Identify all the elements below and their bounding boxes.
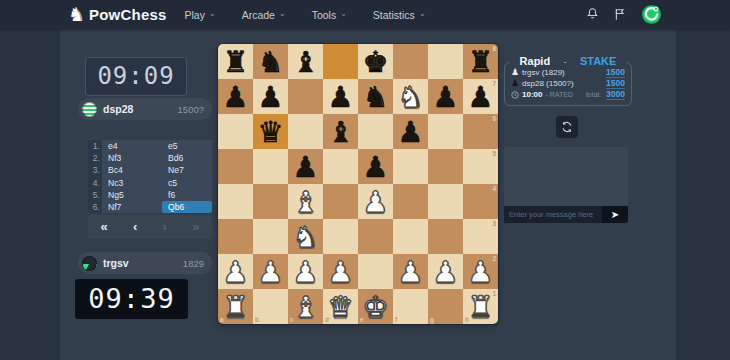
square-c3[interactable]: ♞ <box>288 219 323 254</box>
game-mode-header: Rapid - STAKE <box>504 51 632 69</box>
black-knight-piece: ♞ <box>358 79 393 114</box>
menu-item-tools[interactable]: Tools⌄ <box>312 9 347 21</box>
square-c2[interactable]: ♟ <box>288 254 323 289</box>
move-row: 5.Ng5f6 <box>88 189 212 201</box>
move-row: 4.Nc3c5 <box>88 177 212 189</box>
total-value: 3000 <box>606 89 625 100</box>
send-message-button[interactable]: ➤ <box>602 206 628 223</box>
square-h4[interactable]: 4 <box>463 184 498 219</box>
square-e8[interactable]: ♚ <box>358 44 393 79</box>
square-e2[interactable] <box>358 254 393 289</box>
square-h3[interactable]: 3 <box>463 219 498 254</box>
square-f7[interactable]: ♞ <box>393 79 428 114</box>
black-move[interactable]: Ne7 <box>162 164 212 176</box>
white-pawn-piece: ♟ <box>323 254 358 289</box>
first-move-button[interactable]: « <box>101 215 108 239</box>
white-pawn-piece: ♟ <box>358 184 393 219</box>
move-row: 3.Bc4Ne7 <box>88 164 212 176</box>
coordinate-file-label: d <box>325 316 329 323</box>
black-pawn-piece: ♟ <box>253 79 288 114</box>
square-h5[interactable]: 5 <box>463 149 498 184</box>
square-h7[interactable]: ♟7 <box>463 79 498 114</box>
opponent-avatar <box>82 102 97 117</box>
square-g5[interactable] <box>428 149 463 184</box>
mode-label: Rapid <box>515 55 556 67</box>
square-h6[interactable]: 6 <box>463 114 498 149</box>
square-h2[interactable]: ♟2 <box>463 254 498 289</box>
white-bishop-piece: ♝ <box>288 184 323 219</box>
coordinate-rank-label: 6 <box>492 115 496 122</box>
chevron-down-icon: ⌄ <box>340 9 347 18</box>
square-a3[interactable] <box>218 219 253 254</box>
coordinate-rank-label: 4 <box>492 185 496 192</box>
move-row: 6.Nf7Qb6 <box>88 201 212 213</box>
coordinate-rank-label: 2 <box>492 255 496 262</box>
black-move[interactable]: e5 <box>162 140 212 152</box>
bell-icon[interactable] <box>585 7 600 22</box>
flip-board-icon <box>560 120 574 134</box>
black-pawn-piece: ♟ <box>393 114 428 149</box>
square-a4[interactable] <box>218 184 253 219</box>
square-b5[interactable] <box>253 149 288 184</box>
opponent-player-row[interactable]: dsp28 1500? <box>78 98 212 120</box>
menu-item-statistics[interactable]: Statistics⌄ <box>373 9 426 21</box>
coordinate-rank-label: 5 <box>492 150 496 157</box>
white-move[interactable]: Bc4 <box>102 164 162 176</box>
black-pawn-piece: ♟ <box>288 149 323 184</box>
last-move-button[interactable]: » <box>192 215 199 239</box>
square-d6[interactable]: ♝ <box>323 114 358 149</box>
white-pawn-icon: ♟ <box>511 68 519 77</box>
knight-logo-icon: ♞ <box>68 5 85 24</box>
black-move[interactable]: f6 <box>162 189 212 201</box>
black-king-piece: ♚ <box>358 44 393 79</box>
square-e5[interactable]: ♟ <box>358 149 393 184</box>
coordinate-file-label: a <box>220 316 224 323</box>
brand[interactable]: ♞ PowChess <box>68 5 167 24</box>
user-avatar[interactable] <box>641 4 662 25</box>
menu-item-play[interactable]: Play⌄ <box>185 9 216 21</box>
white-pawn-piece: ♟ <box>393 254 428 289</box>
square-b8[interactable]: ♞ <box>253 44 288 79</box>
white-knight-piece: ♞ <box>393 79 428 114</box>
menu-label: Statistics <box>373 9 415 21</box>
square-g3[interactable] <box>428 219 463 254</box>
stake-label: STAKE <box>575 55 621 67</box>
previous-move-button[interactable]: ‹ <box>133 215 137 239</box>
square-g1[interactable]: g <box>428 289 463 324</box>
move-row: 1.e4e5 <box>88 140 212 152</box>
black-move-current[interactable]: Qb6 <box>162 201 212 213</box>
square-a7[interactable]: ♟ <box>218 79 253 114</box>
black-bishop-piece: ♝ <box>288 44 323 79</box>
rated-label: - RATED <box>545 91 572 98</box>
square-a6[interactable] <box>218 114 253 149</box>
chevron-down-icon: ⌄ <box>209 9 216 18</box>
opponent-clock: 09:09 <box>85 57 187 96</box>
square-c8[interactable]: ♝ <box>288 44 323 79</box>
chess-board: ♜♞♝♚♜8♟♟♟♞♞♟♟7♛♝♟6♟♟5♝♟4♞3♟♟♟♟♟♟♟2♜ab♝c♛… <box>218 44 498 324</box>
nav-menu: Play⌄Arcade⌄Tools⌄Statistics⌄ <box>185 9 426 21</box>
black-move[interactable]: c5 <box>162 177 212 189</box>
black-pawn-piece: ♟ <box>428 79 463 114</box>
mode-dash: - <box>558 55 572 67</box>
white-pawn-piece: ♟ <box>253 254 288 289</box>
square-d7[interactable]: ♟ <box>323 79 358 114</box>
square-f5[interactable] <box>393 149 428 184</box>
move-row: 2.Nf3Bd6 <box>88 152 212 164</box>
nav-right-icons <box>585 4 662 25</box>
black-move[interactable]: Bd6 <box>162 152 212 164</box>
square-d5[interactable] <box>323 149 358 184</box>
black-pawn-piece: ♟ <box>358 149 393 184</box>
flip-board-button[interactable] <box>556 116 578 138</box>
clock-icon <box>511 91 519 99</box>
white-move[interactable]: Nf3 <box>102 152 162 164</box>
square-c5[interactable]: ♟ <box>288 149 323 184</box>
move-number: 6. <box>88 201 102 213</box>
black-player-stake-row: ♟ dsp28 (1500?) 1500 <box>511 78 625 89</box>
player-clock: 09:39 <box>75 279 188 319</box>
square-b7[interactable]: ♟ <box>253 79 288 114</box>
next-move-button[interactable]: › <box>163 215 167 239</box>
black-stake-value: 1500 <box>606 78 625 89</box>
square-h1[interactable]: ♜h1 <box>463 289 498 324</box>
send-icon: ➤ <box>611 209 619 220</box>
flag-icon[interactable] <box>613 7 628 22</box>
chevron-down-icon: ⌄ <box>419 9 426 18</box>
square-e3[interactable] <box>358 219 393 254</box>
square-g8[interactable] <box>428 44 463 79</box>
coordinate-file-label: h <box>465 316 469 323</box>
black-rook-piece: ♜ <box>218 44 253 79</box>
chat-panel[interactable] <box>504 147 628 206</box>
coordinate-rank-label: 8 <box>492 45 496 52</box>
black-bishop-piece: ♝ <box>323 114 358 149</box>
white-move[interactable]: Nf7 <box>102 201 162 213</box>
square-f2[interactable]: ♟ <box>393 254 428 289</box>
white-knight-piece: ♞ <box>288 219 323 254</box>
white-pawn-piece: ♟ <box>218 254 253 289</box>
square-c7[interactable] <box>288 79 323 114</box>
square-d3[interactable] <box>323 219 358 254</box>
square-a8[interactable]: ♜ <box>218 44 253 79</box>
square-f8[interactable] <box>393 44 428 79</box>
move-number: 1. <box>88 140 102 152</box>
square-g6[interactable] <box>428 114 463 149</box>
square-d2[interactable]: ♟ <box>323 254 358 289</box>
square-b1[interactable]: b <box>253 289 288 324</box>
menu-label: Tools <box>312 9 337 21</box>
coordinate-file-label: b <box>255 316 259 323</box>
square-d4[interactable] <box>323 184 358 219</box>
square-b3[interactable] <box>253 219 288 254</box>
square-f4[interactable] <box>393 184 428 219</box>
square-e7[interactable]: ♞ <box>358 79 393 114</box>
coordinate-file-label: c <box>290 316 294 323</box>
square-g7[interactable]: ♟ <box>428 79 463 114</box>
square-e6[interactable] <box>358 114 393 149</box>
total-label: total: <box>586 91 601 98</box>
square-b4[interactable] <box>253 184 288 219</box>
square-a2[interactable]: ♟ <box>218 254 253 289</box>
black-pawn-icon: ♟ <box>511 79 519 88</box>
menu-label: Arcade <box>242 9 275 21</box>
move-navigation: « ‹ › » <box>88 215 212 239</box>
square-f1[interactable]: f <box>393 289 428 324</box>
chevron-down-icon: ⌄ <box>279 9 286 18</box>
square-g2[interactable]: ♟ <box>428 254 463 289</box>
square-a5[interactable] <box>218 149 253 184</box>
menu-item-arcade[interactable]: Arcade⌄ <box>242 9 286 21</box>
player-row[interactable]: trgsv 1829 <box>78 252 212 274</box>
brand-name: PowChess <box>89 6 166 23</box>
coordinate-file-label: g <box>430 316 434 323</box>
coordinate-rank-label: 3 <box>492 220 496 227</box>
coordinate-file-label: f <box>395 316 397 323</box>
move-list: 1.e4e52.Nf3Bd63.Bc4Ne74.Nc3c55.Ng5f66.Nf… <box>88 140 212 213</box>
black-knight-piece: ♞ <box>253 44 288 79</box>
opponent-name: dsp28 <box>103 103 133 115</box>
square-f3[interactable] <box>393 219 428 254</box>
time-control: 10:00 <box>522 90 542 99</box>
chat-input[interactable] <box>504 206 602 223</box>
white-pawn-piece: ♟ <box>288 254 323 289</box>
white-pawn-piece: ♟ <box>428 254 463 289</box>
move-number: 3. <box>88 164 102 176</box>
player-avatar <box>82 256 97 271</box>
chat-input-row: ➤ <box>504 206 628 223</box>
square-d1[interactable]: ♛d <box>323 289 358 324</box>
coordinate-rank-label: 1 <box>492 290 496 297</box>
white-move[interactable]: Nc3 <box>102 177 162 189</box>
white-player-label: trgsv (1829) <box>522 68 565 77</box>
player-rating: 1829 <box>183 258 204 269</box>
top-navbar: ♞ PowChess Play⌄Arcade⌄Tools⌄Statistics⌄ <box>0 0 730 29</box>
square-h8[interactable]: ♜8 <box>463 44 498 79</box>
opponent-rating: 1500? <box>178 104 204 115</box>
square-c1[interactable]: ♝c <box>288 289 323 324</box>
square-b2[interactable]: ♟ <box>253 254 288 289</box>
move-number: 5. <box>88 189 102 201</box>
player-name: trgsv <box>103 257 129 269</box>
white-move[interactable]: Ng5 <box>102 189 162 201</box>
square-b6[interactable]: ♛ <box>253 114 288 149</box>
square-c4[interactable]: ♝ <box>288 184 323 219</box>
move-number: 2. <box>88 152 102 164</box>
black-pawn-piece: ♟ <box>218 79 253 114</box>
square-e4[interactable]: ♟ <box>358 184 393 219</box>
square-f6[interactable]: ♟ <box>393 114 428 149</box>
time-control-row: 10:00 - RATED total: 3000 <box>511 89 625 100</box>
square-c6[interactable] <box>288 114 323 149</box>
white-move[interactable]: e4 <box>102 140 162 152</box>
menu-label: Play <box>185 9 205 21</box>
square-g4[interactable] <box>428 184 463 219</box>
coordinate-file-label: e <box>360 316 364 323</box>
square-e1[interactable]: ♚e <box>358 289 393 324</box>
move-number: 4. <box>88 177 102 189</box>
square-a1[interactable]: ♜a <box>218 289 253 324</box>
black-pawn-piece: ♟ <box>323 79 358 114</box>
square-d8[interactable] <box>323 44 358 79</box>
black-player-label: dsp28 (1500?) <box>522 79 574 88</box>
black-queen-piece: ♛ <box>253 114 288 149</box>
coordinate-rank-label: 7 <box>492 80 496 87</box>
